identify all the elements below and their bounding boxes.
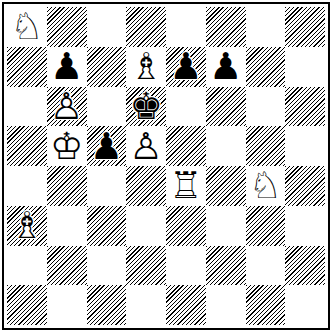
square-e7[interactable]: ♟ [166, 47, 206, 87]
square-d5[interactable]: ♟♙ [126, 126, 166, 166]
chess-board: ♞♘♟♝♗♟♟♟♙♚♚♔♟♟♙♜♖♞♘♝♗ [7, 7, 325, 325]
square-f1[interactable] [206, 285, 246, 325]
square-d4[interactable] [126, 166, 166, 206]
black-pawn-icon: ♟ [206, 47, 246, 87]
square-b8[interactable] [47, 7, 87, 47]
square-e2[interactable] [166, 246, 206, 286]
white-bishop-fill: ♝ [7, 206, 47, 246]
square-a3[interactable]: ♝♗ [7, 206, 47, 246]
white-rook-fill: ♜ [166, 166, 206, 206]
white-bishop-fill: ♝ [126, 47, 166, 87]
square-g4[interactable]: ♞♘ [246, 166, 286, 206]
square-a6[interactable] [7, 87, 47, 127]
square-c2[interactable] [87, 246, 127, 286]
square-b5[interactable]: ♚♔ [47, 126, 87, 166]
square-d2[interactable] [126, 246, 166, 286]
square-g6[interactable] [246, 87, 286, 127]
square-d7[interactable]: ♝♗ [126, 47, 166, 87]
square-c1[interactable] [87, 285, 127, 325]
square-d8[interactable] [126, 7, 166, 47]
square-h5[interactable] [285, 126, 325, 166]
square-a7[interactable] [7, 47, 47, 87]
square-a5[interactable] [7, 126, 47, 166]
square-f5[interactable] [206, 126, 246, 166]
square-b7[interactable]: ♟ [47, 47, 87, 87]
white-king-fill: ♚ [47, 126, 87, 166]
square-b4[interactable] [47, 166, 87, 206]
square-f4[interactable] [206, 166, 246, 206]
square-h3[interactable] [285, 206, 325, 246]
square-a1[interactable] [7, 285, 47, 325]
white-knight-icon: ♘ [246, 166, 286, 206]
square-g2[interactable] [246, 246, 286, 286]
square-e4[interactable]: ♜♖ [166, 166, 206, 206]
square-f3[interactable] [206, 206, 246, 246]
square-g1[interactable] [246, 285, 286, 325]
square-d6[interactable]: ♚ [126, 87, 166, 127]
square-e5[interactable] [166, 126, 206, 166]
square-h4[interactable] [285, 166, 325, 206]
square-g7[interactable] [246, 47, 286, 87]
square-f8[interactable] [206, 7, 246, 47]
black-king-icon: ♚ [126, 87, 166, 127]
white-pawn-fill: ♟ [126, 126, 166, 166]
black-pawn-icon: ♟ [166, 47, 206, 87]
white-pawn-icon: ♙ [126, 126, 166, 166]
square-a8[interactable]: ♞♘ [7, 7, 47, 47]
square-d1[interactable] [126, 285, 166, 325]
square-b6[interactable]: ♟♙ [47, 87, 87, 127]
white-bishop-icon: ♗ [7, 206, 47, 246]
square-h2[interactable] [285, 246, 325, 286]
square-a4[interactable] [7, 166, 47, 206]
square-d3[interactable] [126, 206, 166, 246]
black-pawn-icon: ♟ [87, 126, 127, 166]
square-e3[interactable] [166, 206, 206, 246]
white-rook-icon: ♖ [166, 166, 206, 206]
square-c4[interactable] [87, 166, 127, 206]
white-pawn-fill: ♟ [47, 87, 87, 127]
white-knight-fill: ♞ [7, 7, 47, 47]
square-c7[interactable] [87, 47, 127, 87]
square-h8[interactable] [285, 7, 325, 47]
square-c6[interactable] [87, 87, 127, 127]
square-g3[interactable] [246, 206, 286, 246]
black-pawn-icon: ♟ [47, 47, 87, 87]
white-pawn-icon: ♙ [47, 87, 87, 127]
square-g5[interactable] [246, 126, 286, 166]
square-h1[interactable] [285, 285, 325, 325]
white-knight-fill: ♞ [246, 166, 286, 206]
square-a2[interactable] [7, 246, 47, 286]
square-f2[interactable] [206, 246, 246, 286]
square-c8[interactable] [87, 7, 127, 47]
square-h6[interactable] [285, 87, 325, 127]
square-e6[interactable] [166, 87, 206, 127]
square-h7[interactable] [285, 47, 325, 87]
square-f6[interactable] [206, 87, 246, 127]
square-c3[interactable] [87, 206, 127, 246]
square-b3[interactable] [47, 206, 87, 246]
white-knight-icon: ♘ [7, 7, 47, 47]
square-f7[interactable]: ♟ [206, 47, 246, 87]
white-bishop-icon: ♗ [126, 47, 166, 87]
square-c5[interactable]: ♟ [87, 126, 127, 166]
square-e8[interactable] [166, 7, 206, 47]
square-b1[interactable] [47, 285, 87, 325]
white-king-icon: ♔ [47, 126, 87, 166]
square-e1[interactable] [166, 285, 206, 325]
chess-board-frame: ♞♘♟♝♗♟♟♟♙♚♚♔♟♟♙♜♖♞♘♝♗ [2, 2, 330, 330]
square-g8[interactable] [246, 7, 286, 47]
square-b2[interactable] [47, 246, 87, 286]
